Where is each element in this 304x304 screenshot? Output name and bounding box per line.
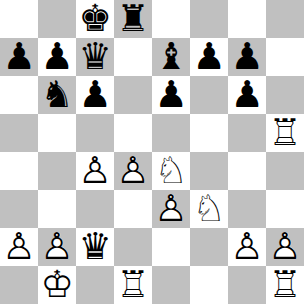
square-a8-empty[interactable] [0,0,38,38]
white-rook-piece: ♖ [266,266,304,304]
square-e6-black-pawn[interactable]: ♟ [152,76,190,114]
square-f5-empty[interactable] [190,114,228,152]
square-f1-empty[interactable] [190,266,228,304]
square-b3-empty[interactable] [38,190,76,228]
square-e5-empty[interactable] [152,114,190,152]
square-e8-empty[interactable] [152,0,190,38]
square-e2-empty[interactable] [152,228,190,266]
square-f6-empty[interactable] [190,76,228,114]
square-e1-empty[interactable] [152,266,190,304]
square-b2-white-pawn[interactable]: ♟♙ [38,228,76,266]
square-b1-white-king[interactable]: ♚♔ [38,266,76,304]
white-pawn-piece: ♙ [114,152,152,190]
square-b4-empty[interactable] [38,152,76,190]
square-g1-empty[interactable] [228,266,266,304]
square-f8-empty[interactable] [190,0,228,38]
square-f3-white-knight[interactable]: ♞♘ [190,190,228,228]
square-e4-white-knight[interactable]: ♞♘ [152,152,190,190]
square-a6-empty[interactable] [0,76,38,114]
white-pawn-piece: ♙ [76,152,114,190]
square-c8-black-king[interactable]: ♚ [76,0,114,38]
square-h7-empty[interactable] [266,38,304,76]
white-rook-piece: ♖ [114,266,152,304]
square-e3-white-pawn[interactable]: ♟♙ [152,190,190,228]
square-a1-empty[interactable] [0,266,38,304]
square-d8-black-rook[interactable]: ♜ [114,0,152,38]
square-h1-white-rook[interactable]: ♜♖ [266,266,304,304]
white-pawn-piece: ♙ [228,228,266,266]
square-g8-empty[interactable] [228,0,266,38]
black-pawn-piece: ♟ [228,76,266,114]
black-pawn-piece: ♟ [0,38,38,76]
square-h3-empty[interactable] [266,190,304,228]
black-pawn-piece: ♟ [76,76,114,114]
square-g4-empty[interactable] [228,152,266,190]
square-d6-empty[interactable] [114,76,152,114]
square-d1-white-rook[interactable]: ♜♖ [114,266,152,304]
black-pawn-piece: ♟ [152,76,190,114]
square-c3-empty[interactable] [76,190,114,228]
square-h6-empty[interactable] [266,76,304,114]
black-bishop-piece: ♝ [152,38,190,76]
square-a2-white-pawn[interactable]: ♟♙ [0,228,38,266]
square-g5-empty[interactable] [228,114,266,152]
black-pawn-piece: ♟ [38,38,76,76]
black-rook-piece: ♜ [114,0,152,38]
chessboard: ♚♜♟♟♛♝♟♟♞♟♟♟♜♖♟♙♟♙♞♘♟♙♞♘♟♙♟♙♛♟♙♟♙♚♔♜♖♜♖ [0,0,304,304]
square-h8-empty[interactable] [266,0,304,38]
square-g7-black-pawn[interactable]: ♟ [228,38,266,76]
square-a3-empty[interactable] [0,190,38,228]
square-g2-white-pawn[interactable]: ♟♙ [228,228,266,266]
white-pawn-piece: ♙ [266,228,304,266]
square-a4-empty[interactable] [0,152,38,190]
square-h2-white-pawn[interactable]: ♟♙ [266,228,304,266]
square-h5-white-rook[interactable]: ♜♖ [266,114,304,152]
square-b7-black-pawn[interactable]: ♟ [38,38,76,76]
black-pawn-piece: ♟ [190,38,228,76]
black-queen-piece: ♛ [76,38,114,76]
white-pawn-piece: ♙ [0,228,38,266]
square-e7-black-bishop[interactable]: ♝ [152,38,190,76]
square-d5-empty[interactable] [114,114,152,152]
black-knight-piece: ♞ [38,76,76,114]
square-c5-empty[interactable] [76,114,114,152]
square-f2-empty[interactable] [190,228,228,266]
square-b5-empty[interactable] [38,114,76,152]
square-d4-white-pawn[interactable]: ♟♙ [114,152,152,190]
white-pawn-piece: ♙ [152,190,190,228]
square-g6-black-pawn[interactable]: ♟ [228,76,266,114]
square-c4-white-pawn[interactable]: ♟♙ [76,152,114,190]
white-rook-piece: ♖ [266,114,304,152]
square-c2-black-queen[interactable]: ♛ [76,228,114,266]
white-pawn-piece: ♙ [38,228,76,266]
black-king-piece: ♚ [76,0,114,38]
black-pawn-piece: ♟ [228,38,266,76]
white-king-piece: ♔ [38,266,76,304]
square-h4-empty[interactable] [266,152,304,190]
square-b8-empty[interactable] [38,0,76,38]
square-a7-black-pawn[interactable]: ♟ [0,38,38,76]
white-knight-piece: ♘ [152,152,190,190]
square-c6-black-pawn[interactable]: ♟ [76,76,114,114]
square-d3-empty[interactable] [114,190,152,228]
square-d7-empty[interactable] [114,38,152,76]
square-d2-empty[interactable] [114,228,152,266]
square-a5-empty[interactable] [0,114,38,152]
square-c1-empty[interactable] [76,266,114,304]
square-c7-black-queen[interactable]: ♛ [76,38,114,76]
black-queen-piece: ♛ [76,228,114,266]
white-knight-piece: ♘ [190,190,228,228]
square-f7-black-pawn[interactable]: ♟ [190,38,228,76]
square-g3-empty[interactable] [228,190,266,228]
square-b6-black-knight[interactable]: ♞ [38,76,76,114]
square-f4-empty[interactable] [190,152,228,190]
